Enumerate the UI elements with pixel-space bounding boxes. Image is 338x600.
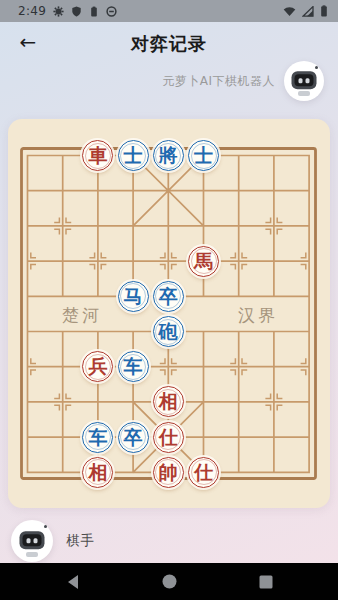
opponent-avatar: [284, 61, 324, 101]
shield-icon: [71, 6, 82, 17]
robot-chin: [298, 91, 310, 96]
phone-screen: 2:49: [0, 0, 338, 600]
piece-black-chariot: 车: [118, 351, 149, 382]
piece-red-elephant: 相: [82, 457, 113, 488]
nav-home-icon: [162, 574, 177, 589]
nav-back-button[interactable]: [64, 574, 80, 590]
piece-black-advisor: 士: [188, 140, 219, 171]
battery-icon: [89, 6, 99, 17]
nav-back-icon: [66, 574, 79, 590]
robot-chin: [26, 552, 38, 557]
status-time: 2:49: [18, 4, 46, 18]
piece-red-advisor: 仕: [188, 457, 219, 488]
player-row: 棋手: [11, 520, 95, 562]
opponent-name: 元萝卜AI下棋机器人: [162, 73, 275, 90]
robot-antenna-icon: [315, 66, 318, 69]
nav-recents-icon: [259, 575, 273, 589]
robot-icon: [292, 71, 317, 89]
player-name: 棋手: [66, 532, 95, 550]
page-title: 对弈记录: [0, 32, 338, 56]
piece-black-general: 將: [153, 140, 184, 171]
wifi-icon: [283, 6, 296, 17]
nav-bar: [0, 563, 338, 600]
robot-antenna-icon: [44, 525, 47, 528]
piece-black-advisor: 士: [118, 140, 149, 171]
piece-black-chariot: 车: [82, 422, 113, 453]
piece-black-horse: 马: [118, 281, 149, 312]
piece-red-elephant: 相: [153, 386, 184, 417]
river-label-right: 汉界: [238, 304, 278, 327]
piece-red-advisor: 仕: [153, 422, 184, 453]
nav-recents-button[interactable]: [258, 574, 274, 590]
signal-icon: [302, 6, 314, 17]
board-card: 楚河 汉界 車士將士馬马卒砲兵车相车卒仕相帥仕: [8, 119, 330, 508]
piece-red-horse: 馬: [188, 246, 219, 277]
piece-red-general: 帥: [153, 457, 184, 488]
battery-status-icon: [320, 5, 328, 17]
opponent-row: 元萝卜AI下棋机器人: [162, 61, 324, 101]
piece-black-soldier: 卒: [153, 281, 184, 312]
piece-black-cannon: 砲: [153, 316, 184, 347]
gear-icon: [53, 6, 64, 17]
nav-home-button[interactable]: [161, 574, 177, 590]
robot-icon: [20, 531, 45, 549]
river-label-left: 楚河: [62, 304, 102, 327]
piece-black-soldier: 卒: [118, 422, 149, 453]
data-saver-icon: [106, 6, 117, 17]
player-avatar: [11, 520, 53, 562]
status-bar: 2:49: [0, 0, 338, 22]
